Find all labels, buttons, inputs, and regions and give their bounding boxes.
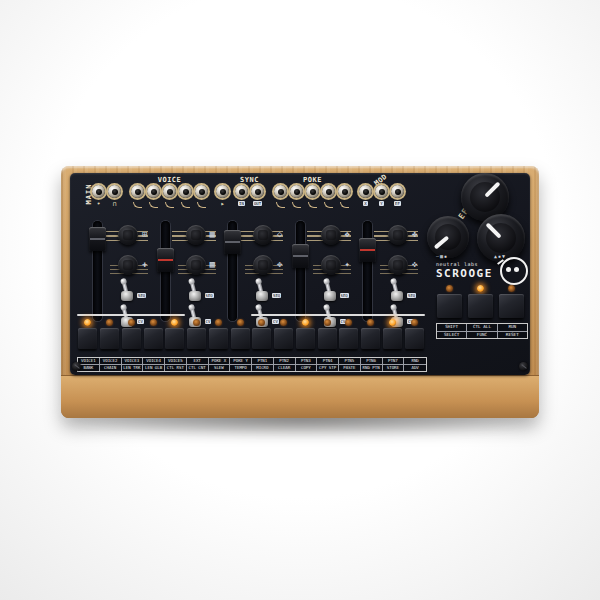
function-button-2[interactable] [467,285,494,318]
jack-sub-box: IN [238,201,245,206]
step-label-bottom: CLEAR [274,365,295,371]
step-label-bottom: MICRO [252,365,273,371]
jack-sub-label [147,198,160,209]
patch-arrow-icon [197,202,206,208]
function-label-top: CTL ALL [467,324,496,332]
toggle-label-upper: SEQ [407,293,416,298]
button-key[interactable] [339,328,358,349]
step-label-bottom: STORE [383,365,404,371]
pattern-icon-top: ⊞ [142,230,147,239]
voice-1-knob-bottom[interactable] [118,255,138,275]
jack-dot-icon: • [92,198,105,209]
jack-sub-label [179,198,192,209]
step-label-bottom: BANK [78,365,99,371]
jack-sub-label [131,198,144,209]
voice-unit-5: ✤✜SEQCV [360,221,426,325]
pattern-group-bar [251,314,425,316]
step-button-row [77,319,425,349]
jack-sub-box: X [363,201,367,206]
voice-group-bar [77,314,185,316]
patch-jack[interactable] [375,185,388,198]
step-button-6[interactable] [186,319,208,349]
step-label-cell: RNDADV [404,358,426,371]
button-key[interactable] [383,328,402,349]
step-label-cell: VOICE3LEN TRK [122,358,144,371]
led-indicator [128,319,135,326]
function-label-bottom: RESET [498,332,527,339]
jack-sub-label [306,198,319,209]
step-label-top: VOICE1 [78,358,99,365]
scrooge-face-icon [500,257,528,285]
step-label-cell: PTN1MICRO [252,358,274,371]
step-button-3[interactable] [121,319,143,349]
voice-unit-4: ❖✦SEQCV [293,221,359,325]
voice-1-slider[interactable] [93,221,102,321]
patch-jack[interactable] [147,185,160,198]
knob-pointer [434,236,449,250]
slider-handle[interactable] [89,227,106,251]
function-label-cell: CTL ALLFUNC [467,324,497,338]
step-label-top: PTN5 [339,358,360,365]
toggle-label-upper: SEQ [340,293,349,298]
step-label-cell: PTN2CLEAR [274,358,296,371]
patch-arrow-icon [149,202,158,208]
jack-group-main: MAIN•∩ [92,176,121,209]
led-indicator [237,319,244,326]
step-label-cell: EXTCTL CNT [187,358,209,371]
step-label-cell: VOICE1BANK [78,358,100,371]
jack-sub-label [322,198,335,209]
slider-handle[interactable] [359,238,376,262]
step-label-cell: VOICE5CTL RST [165,358,187,371]
jack-row: MAIN•∩VOICE▸SYNCINOUTPOKEMODXYEF [92,176,404,222]
step-label-cell: PTN3COPY [296,358,318,371]
patch-jack[interactable] [322,185,335,198]
step-button-9[interactable] [251,319,273,349]
pattern-icon-bottom: ✚ [142,260,147,269]
jack-group-mod: MODXYEF [359,176,404,209]
toggle-label-upper: SEQ [137,293,146,298]
step-label-top: EXT [187,358,208,365]
function-label-strip: SHIFTSELECTCTL ALLFUNCRUNRESET [436,323,528,339]
step-label-top: VOICE2 [100,358,121,365]
jack-sub-label: IN [235,198,248,209]
case-front [61,375,539,418]
button-key[interactable] [165,328,184,349]
led-indicator [411,319,418,326]
pattern-icon-top: ✤ [412,230,417,239]
jack-dot-icon: ▸ [216,198,229,209]
voice-1-toggle-upper[interactable] [120,277,134,303]
step-label-cell: PTN4CPY STP [317,358,339,371]
legend-icon-right: ▲▪▼ [494,253,506,259]
step-button-13[interactable] [338,319,360,349]
step-label-bottom: RND PTN [361,365,382,371]
patch-arrow-icon [292,202,301,208]
patch-arrow-icon [165,202,174,208]
jack-group-label: VOICE [158,176,182,185]
patch-jack[interactable] [359,185,372,198]
logo-block: neutral labs SCROOGE [436,261,528,280]
step-label-cell: VOICE4LEN GLB [143,358,165,371]
slider-handle[interactable] [292,244,309,268]
step-button-7[interactable] [208,319,230,349]
led-indicator [150,319,157,326]
step-label-bottom: CPY STP [317,365,338,371]
jack-sub-label [274,198,287,209]
voice-2-slider[interactable] [161,221,170,321]
patch-jack[interactable] [306,185,319,198]
voice-3-knob-bottom[interactable] [253,255,273,275]
front-panel: MAIN•∩VOICE▸SYNCINOUTPOKEMODXYEF EF ⊞✚SE… [70,173,530,375]
jack-group-poke: POKE [274,176,351,209]
jack-sub-label [290,198,303,209]
patch-arrow-icon [324,202,333,208]
led-indicator [84,319,91,326]
toggle-label-upper: SEQ [205,293,214,298]
pattern-icon-top: ▦ [210,230,215,239]
step-button-1[interactable] [77,319,99,349]
slider-handle[interactable] [157,248,174,272]
function-label-bottom: FUNC [467,332,496,339]
step-button-2[interactable] [99,319,121,349]
patch-jack[interactable] [163,185,176,198]
step-label-top: VOICE3 [122,358,143,365]
step-label-top: PTN4 [317,358,338,365]
pattern-icon-bottom: ✥ [277,260,282,269]
step-button-4[interactable] [142,319,164,349]
function-button-3[interactable] [498,285,525,318]
function-label-top: RUN [498,324,527,332]
step-label-top: PTN1 [252,358,273,365]
patch-jack[interactable] [391,185,404,198]
button-key[interactable] [100,328,119,349]
legend-icon-left: ‒▦▪ [436,253,448,259]
function-label-cell: RUNRESET [498,324,527,338]
voice-4-knob-top[interactable] [321,225,341,245]
knob-pointer [484,181,500,197]
step-label-top: PTN3 [296,358,317,365]
jack-group-label: SYNC [240,176,259,185]
step-label-strip: VOICE1BANKVOICE2CHAINVOICE3LEN TRKVOICE4… [77,357,427,372]
step-label-bottom: CTL CNT [187,365,208,371]
jack-sub-label [163,198,176,209]
patch-arrow-icon [133,202,142,208]
led-indicator [389,319,396,326]
step-label-cell: POKE YTEMPO [230,358,252,371]
function-buttons [436,285,526,318]
step-label-top: POKE X [209,358,230,365]
voice-1-knob-top[interactable] [118,225,138,245]
voice-4-slider[interactable] [296,221,305,321]
voice-5-knob-top[interactable] [388,225,408,245]
led-indicator [106,319,113,326]
panel-screw-left [72,362,81,371]
voice-3-slider[interactable] [228,221,237,321]
button-key[interactable] [274,328,293,349]
button-key[interactable] [78,328,97,349]
knob-pointer [485,222,501,238]
button-key[interactable] [187,328,206,349]
jack-group-label: POKE [303,176,322,185]
led-indicator [258,319,265,326]
step-button-5[interactable] [164,319,186,349]
button-key[interactable] [231,328,250,349]
step-label-cell: PTN5PASTE [339,358,361,371]
voice-2-knob-top[interactable] [186,225,206,245]
jack-sub-label [195,198,208,209]
patch-arrow-icon [308,202,317,208]
step-label-cell: POKE XSLEW [209,358,231,371]
step-label-top: PTN7 [383,358,404,365]
voice-3-knob-top[interactable] [253,225,273,245]
step-label-cell: VOICE2CHAIN [100,358,122,371]
toggle-label-upper: SEQ [272,293,281,298]
button-key[interactable] [361,328,380,349]
voice-unit-2: ▦▩SEQCV [158,221,224,325]
step-label-bottom: CTL RST [165,365,186,371]
led-indicator [193,319,200,326]
step-label-top: RND [404,358,426,365]
led-indicator [215,319,222,326]
led-indicator [280,319,287,326]
slider-handle[interactable] [224,230,241,254]
step-button-14[interactable] [360,319,382,349]
step-label-bottom: COPY [296,365,317,371]
button-key[interactable] [468,294,493,318]
voice-2-knob-bottom[interactable] [186,255,206,275]
patch-jack[interactable] [179,185,192,198]
step-button-8[interactable] [229,319,251,349]
button-key[interactable] [405,328,424,349]
button-key[interactable] [144,328,163,349]
voice-4-toggle-upper[interactable] [323,277,337,303]
step-button-11[interactable] [295,319,317,349]
function-label-top: SHIFT [437,324,466,332]
voice-unit-3: ◇✥SEQCV [225,221,291,325]
headphones-icon: ∩ [108,198,121,209]
led-indicator [446,285,453,292]
led-indicator [302,319,309,326]
step-button-15[interactable] [382,319,404,349]
step-label-bottom: SLEW [209,365,230,371]
patch-jack[interactable] [338,185,351,198]
patch-arrow-icon [340,202,349,208]
patch-jack[interactable] [251,185,264,198]
step-label-cell: PTN7STORE [383,358,405,371]
button-key[interactable] [252,328,271,349]
step-label-cell: PTN6RND PTN [361,358,383,371]
jack-sub-box: OUT [253,201,262,206]
step-label-bottom: LEN TRK [122,365,143,371]
jack-sub-label: EF [391,198,404,209]
patch-arrow-icon [276,202,285,208]
jack-sub-label: Y [375,198,388,209]
pattern-icon-top: ❖ [345,230,350,239]
button-key[interactable] [437,294,462,318]
patch-jack[interactable] [131,185,144,198]
pattern-icon-bottom: ▩ [210,260,215,269]
jack-group-voice: VOICE [131,176,208,209]
function-label-cell: SHIFTSELECT [437,324,467,338]
button-key[interactable] [318,328,337,349]
button-key[interactable] [122,328,141,349]
patch-jack[interactable] [235,185,248,198]
voice-unit-1: ⊞✚SEQCV [90,221,156,325]
step-label-top: VOICE5 [165,358,186,365]
voice-5-toggle-upper[interactable] [390,277,404,303]
photo-scene: MAIN•∩VOICE▸SYNCINOUTPOKEMODXYEF EF ⊞✚SE… [0,0,600,600]
jack-sub-label: OUT [251,198,264,209]
synth-case: MAIN•∩VOICE▸SYNCINOUTPOKEMODXYEF EF ⊞✚SE… [61,166,539,418]
mod-knob-2[interactable] [427,216,469,258]
patch-jack[interactable] [92,185,105,198]
button-key[interactable] [296,328,315,349]
step-label-bottom: PASTE [339,365,360,371]
jack-group-ext: ▸ [216,176,229,209]
step-button-16[interactable] [403,319,425,349]
patch-arrow-icon [181,202,190,208]
step-label-bottom: LEN GLB [143,365,164,371]
jack-sub-label [338,198,351,209]
led-indicator [477,285,484,292]
pattern-icon-bottom: ✦ [345,260,350,269]
step-label-top: VOICE4 [143,358,164,365]
voice-3-toggle-upper[interactable] [255,277,269,303]
step-label-bottom: ADV [404,365,426,371]
jack-sub-label: X [359,198,372,209]
led-indicator [367,319,374,326]
function-label-bottom: SELECT [437,332,466,339]
voice-5-slider[interactable] [363,221,372,321]
button-key[interactable] [499,294,524,318]
jack-group-sync: SYNCINOUT [235,176,264,209]
step-label-top: PTN2 [274,358,295,365]
patch-jack[interactable] [108,185,121,198]
panel-screw-right [519,362,528,371]
function-button-1[interactable] [436,285,463,318]
jack-sub-box: EF [394,201,401,206]
pattern-icon-top: ◇ [277,230,282,239]
led-indicator [345,319,352,326]
step-button-12[interactable] [316,319,338,349]
step-label-top: POKE Y [230,358,251,365]
led-indicator [508,285,515,292]
step-label-bottom: TEMPO [230,365,251,371]
jack-sub-box: Y [379,201,383,206]
patch-jack[interactable] [216,185,229,198]
step-button-10[interactable] [273,319,295,349]
step-label-bottom: CHAIN [100,365,121,371]
voice-2-toggle-upper[interactable] [188,277,202,303]
pattern-icon-bottom: ✜ [412,260,417,269]
step-label-top: PTN6 [361,358,382,365]
voice-4-knob-bottom[interactable] [321,255,341,275]
patch-jack[interactable] [274,185,287,198]
button-key[interactable] [209,328,228,349]
led-indicator [171,319,178,326]
led-indicator [324,319,331,326]
patch-jack[interactable] [195,185,208,198]
voice-5-knob-bottom[interactable] [388,255,408,275]
patch-jack[interactable] [290,185,303,198]
